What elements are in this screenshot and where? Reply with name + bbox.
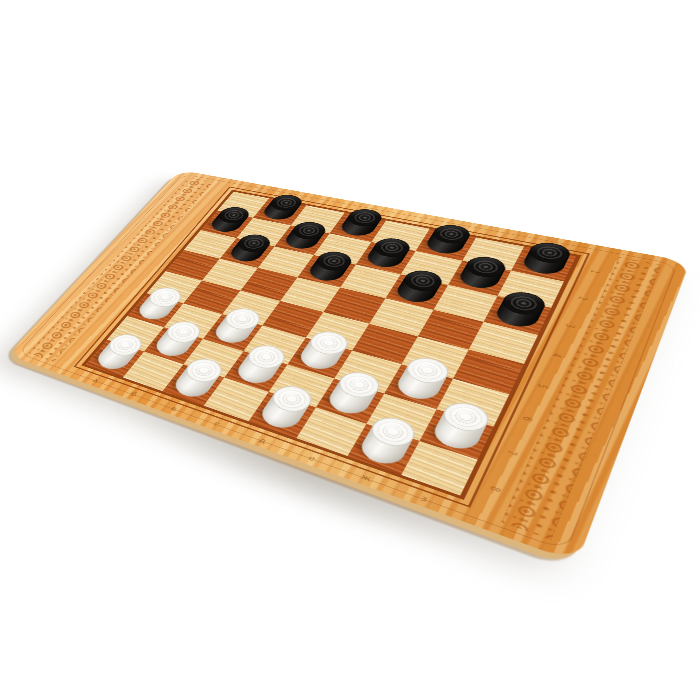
coordinate-label: а bbox=[91, 378, 100, 384]
coordinate-label: 2 bbox=[576, 295, 588, 300]
white-piece[interactable] bbox=[324, 383, 375, 418]
black-piece[interactable] bbox=[305, 259, 349, 284]
coordinate-label: 8 bbox=[487, 485, 501, 493]
black-piece[interactable] bbox=[456, 264, 504, 291]
black-piece[interactable] bbox=[260, 201, 300, 222]
coordinate-label: г bbox=[212, 421, 220, 428]
coordinate-label: 1 bbox=[588, 269, 600, 274]
coordinate-label: в bbox=[170, 406, 179, 413]
coordinate-label: 6 bbox=[520, 415, 534, 422]
white-piece[interactable] bbox=[210, 318, 255, 346]
black-piece[interactable] bbox=[423, 232, 468, 256]
coordinate-label: з bbox=[419, 495, 429, 504]
coordinate-label: е bbox=[307, 455, 317, 463]
black-piece[interactable] bbox=[492, 300, 543, 330]
coordinate-label: 7 bbox=[504, 449, 518, 457]
black-piece[interactable] bbox=[281, 229, 323, 252]
coordinate-label: ж bbox=[359, 473, 372, 483]
white-piece[interactable] bbox=[429, 415, 485, 454]
black-piece[interactable] bbox=[337, 216, 379, 238]
white-piece[interactable] bbox=[257, 397, 308, 432]
coordinate-label: 4 bbox=[550, 352, 563, 358]
black-piece[interactable] bbox=[519, 250, 568, 276]
white-piece[interactable] bbox=[356, 430, 411, 469]
white-piece[interactable] bbox=[392, 369, 444, 403]
coordinate-label: 3 bbox=[563, 323, 576, 329]
product-photo: 12345678 абвгдежз bbox=[0, 0, 700, 700]
white-piece[interactable] bbox=[296, 342, 344, 373]
coordinate-label: б bbox=[129, 391, 138, 398]
black-piece[interactable] bbox=[393, 278, 440, 305]
coordinate-label: д bbox=[257, 437, 267, 445]
white-piece[interactable] bbox=[232, 356, 280, 387]
coordinate-label: 5 bbox=[535, 383, 548, 390]
black-piece[interactable] bbox=[363, 246, 408, 271]
